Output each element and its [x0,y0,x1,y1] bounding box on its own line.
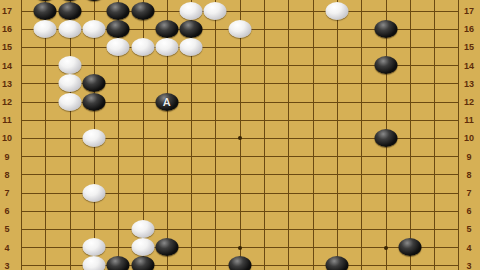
row-coordinate-label: 16 [2,25,12,34]
row-coordinate-label: 4 [4,243,9,252]
black-stone-K3[interactable] [228,256,251,270]
white-stone-D10[interactable] [82,129,105,147]
row-coordinate-label: 12 [2,98,12,107]
white-stone-F5[interactable] [131,220,154,238]
white-stone-C13[interactable] [58,74,81,92]
white-stone-E15[interactable] [107,38,130,56]
row-coordinate-label: 14 [2,61,12,70]
row-coordinate-label: 17 [2,7,12,16]
white-stone-H15[interactable] [180,38,203,56]
white-stone-G15[interactable] [155,38,178,56]
white-stone-O17[interactable] [325,2,348,20]
white-stone-F4[interactable] [131,238,154,256]
white-stone-F15[interactable] [131,38,154,56]
black-stone-Q14[interactable] [374,56,397,74]
white-stone-D4[interactable] [82,238,105,256]
row-coordinate-label: 9 [4,152,9,161]
white-stone-K16[interactable] [228,20,251,38]
row-coordinate-label: 5 [4,225,9,234]
grid-line-horizontal [21,120,459,121]
row-coordinate-label: 13 [464,79,474,88]
black-stone-R4[interactable] [398,238,421,256]
grid-line-horizontal [21,211,459,212]
black-stone-F3[interactable] [131,256,154,270]
black-stone-F17[interactable] [131,2,154,20]
row-coordinate-label: 10 [2,134,12,143]
white-stone-J17[interactable] [204,2,227,20]
grid-line-horizontal [21,11,459,12]
move-marker-label: A [155,93,178,111]
black-stone-D12[interactable] [82,93,105,111]
black-stone-G12[interactable]: A [155,93,178,111]
white-stone-D7[interactable] [82,184,105,202]
black-stone-E16[interactable] [107,20,130,38]
row-coordinate-label: 16 [464,25,474,34]
row-coordinate-label: 8 [466,170,471,179]
white-stone-D16[interactable] [82,20,105,38]
white-stone-C14[interactable] [58,56,81,74]
black-stone-C17[interactable] [58,2,81,20]
black-stone-E3[interactable] [107,256,130,270]
star-point [238,246,242,250]
grid-line-horizontal [21,229,459,230]
row-coordinate-label: 7 [466,189,471,198]
white-stone-H17[interactable] [180,2,203,20]
white-stone-B16[interactable] [34,20,57,38]
black-stone-Q16[interactable] [374,20,397,38]
row-coordinate-label: 10 [464,134,474,143]
row-coordinate-label: 17 [464,7,474,16]
row-coordinate-label: 11 [2,116,12,125]
black-stone-G16[interactable] [155,20,178,38]
white-stone-C16[interactable] [58,20,81,38]
black-stone-B17[interactable] [34,2,57,20]
row-coordinate-label: 11 [464,116,474,125]
row-coordinate-label: 13 [2,79,12,88]
row-coordinate-label: 6 [466,207,471,216]
row-coordinate-label: 7 [4,189,9,198]
black-stone-E17[interactable] [107,2,130,20]
black-stone-Q10[interactable] [374,129,397,147]
row-coordinate-label: 4 [466,243,471,252]
grid-line-horizontal [21,174,459,175]
row-coordinate-label: 8 [4,170,9,179]
grid-line-horizontal [21,47,459,48]
row-coordinate-label: 3 [4,261,9,270]
row-coordinate-label: 15 [2,43,12,52]
go-board: 1717161615151414131312121111101099887766… [0,0,480,270]
black-stone-D13[interactable] [82,74,105,92]
white-stone-C12[interactable] [58,93,81,111]
row-coordinate-label: 12 [464,98,474,107]
row-coordinate-label: 9 [466,152,471,161]
white-stone-D3[interactable] [82,256,105,270]
black-stone-O3[interactable] [325,256,348,270]
black-stone-H16[interactable] [180,20,203,38]
row-coordinate-label: 15 [464,43,474,52]
star-point [384,246,388,250]
row-coordinate-label: 6 [4,207,9,216]
row-coordinate-label: 5 [466,225,471,234]
row-coordinate-label: 3 [466,261,471,270]
black-stone-G4[interactable] [155,238,178,256]
row-coordinate-label: 14 [464,61,474,70]
grid-line-horizontal [21,156,459,157]
